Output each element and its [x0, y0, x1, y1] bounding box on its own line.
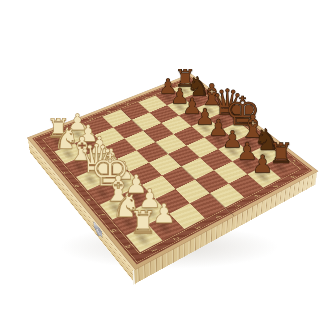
- coord-label-rank-7-right: 7: [272, 183, 280, 188]
- coord-label-file-g-near: g: [110, 227, 119, 233]
- coord-label-rank-4-right: 4: [214, 213, 222, 218]
- piece-black-pawn: ♟: [250, 152, 274, 176]
- coord-label-file-b-near: b: [52, 157, 60, 161]
- piece-white-rook: ♜: [129, 207, 156, 238]
- coord-label-file-a-near: a: [42, 145, 49, 149]
- coord-label-rank-2-right: 2: [172, 235, 181, 241]
- coord-label-rank-3-right: 3: [194, 224, 202, 230]
- coord-label-file-e-near: e: [85, 197, 93, 202]
- coord-label-file-c-near: c: [62, 170, 70, 174]
- coord-label-rank-8-right: 8: [289, 174, 297, 179]
- coord-label-file-f-near: f: [98, 212, 105, 216]
- coord-label-file-h-near: h: [124, 243, 133, 249]
- coord-label-rank-6-right: 6: [253, 193, 261, 198]
- coord-label-file-d-near: d: [73, 183, 81, 188]
- coord-label-rank-5-right: 5: [234, 203, 242, 208]
- coord-label-rank-1-right: 1: [150, 247, 159, 253]
- product-photo-stage: ♜♞♝♛♚♝♞♜♟♟♟♟♟♟♟♟♟♟♟♟♟♟♟♟♜♞♝♛♚♝♞♜ aabbccd…: [0, 0, 336, 336]
